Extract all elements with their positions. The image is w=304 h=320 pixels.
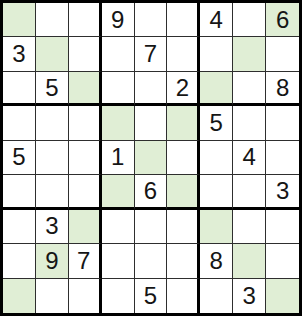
- sudoku-cell[interactable]: [69, 175, 102, 209]
- sudoku-cell[interactable]: [3, 106, 36, 140]
- sudoku-cell[interactable]: [135, 72, 168, 106]
- sudoku-cell[interactable]: 9: [36, 244, 69, 278]
- sudoku-cell[interactable]: [36, 106, 69, 140]
- sudoku-cell[interactable]: [167, 244, 200, 278]
- sudoku-cell[interactable]: [3, 210, 36, 244]
- sudoku-cell[interactable]: [135, 210, 168, 244]
- sudoku-page: 94637528551463397853: [0, 0, 304, 320]
- sudoku-cell[interactable]: [266, 37, 299, 71]
- sudoku-cell[interactable]: 7: [69, 244, 102, 278]
- sudoku-cell[interactable]: 3: [3, 37, 36, 71]
- sudoku-cell[interactable]: [69, 210, 102, 244]
- sudoku-cell[interactable]: 6: [135, 175, 168, 209]
- sudoku-cell[interactable]: [233, 72, 266, 106]
- sudoku-cell[interactable]: [36, 279, 69, 313]
- sudoku-cell[interactable]: 4: [200, 3, 233, 37]
- sudoku-cell[interactable]: [167, 210, 200, 244]
- sudoku-cell[interactable]: [135, 141, 168, 175]
- sudoku-cell[interactable]: [167, 106, 200, 140]
- sudoku-cell[interactable]: [69, 279, 102, 313]
- sudoku-cell[interactable]: 7: [135, 37, 168, 71]
- sudoku-cell[interactable]: [266, 106, 299, 140]
- sudoku-cell[interactable]: [102, 210, 135, 244]
- sudoku-cell[interactable]: [102, 106, 135, 140]
- sudoku-cell[interactable]: [102, 72, 135, 106]
- sudoku-cell[interactable]: 2: [167, 72, 200, 106]
- sudoku-cell[interactable]: [200, 210, 233, 244]
- sudoku-cell[interactable]: [233, 37, 266, 71]
- sudoku-cell[interactable]: [167, 3, 200, 37]
- sudoku-cell[interactable]: 9: [102, 3, 135, 37]
- sudoku-cell[interactable]: [233, 244, 266, 278]
- sudoku-cell[interactable]: 5: [36, 72, 69, 106]
- sudoku-cell[interactable]: [200, 72, 233, 106]
- sudoku-cell[interactable]: 5: [135, 279, 168, 313]
- sudoku-cell[interactable]: 8: [266, 72, 299, 106]
- sudoku-cell[interactable]: 5: [200, 106, 233, 140]
- sudoku-cell[interactable]: 1: [102, 141, 135, 175]
- sudoku-cell[interactable]: [266, 141, 299, 175]
- sudoku-cell[interactable]: [69, 37, 102, 71]
- sudoku-cell[interactable]: [200, 37, 233, 71]
- sudoku-cell[interactable]: 3: [36, 210, 69, 244]
- sudoku-cell[interactable]: [69, 106, 102, 140]
- sudoku-cell[interactable]: [3, 279, 36, 313]
- sudoku-cell[interactable]: [3, 175, 36, 209]
- sudoku-cell[interactable]: [233, 3, 266, 37]
- sudoku-cell[interactable]: [69, 72, 102, 106]
- sudoku-cell[interactable]: 3: [233, 279, 266, 313]
- sudoku-cell[interactable]: [200, 175, 233, 209]
- sudoku-cell[interactable]: [102, 37, 135, 71]
- sudoku-cell[interactable]: [36, 37, 69, 71]
- sudoku-cell[interactable]: [135, 244, 168, 278]
- sudoku-board: 94637528551463397853: [0, 0, 302, 316]
- sudoku-cell[interactable]: [36, 3, 69, 37]
- sudoku-cell[interactable]: [69, 3, 102, 37]
- sudoku-cell[interactable]: 6: [266, 3, 299, 37]
- sudoku-cell[interactable]: [36, 175, 69, 209]
- sudoku-cell[interactable]: [3, 3, 36, 37]
- sudoku-cell[interactable]: [200, 279, 233, 313]
- sudoku-cell[interactable]: [3, 72, 36, 106]
- sudoku-cell[interactable]: [266, 210, 299, 244]
- sudoku-cell[interactable]: [167, 279, 200, 313]
- sudoku-cell[interactable]: [233, 210, 266, 244]
- sudoku-cell[interactable]: [200, 141, 233, 175]
- sudoku-cell[interactable]: [102, 175, 135, 209]
- sudoku-cell[interactable]: [167, 175, 200, 209]
- sudoku-cell[interactable]: [36, 141, 69, 175]
- sudoku-cell[interactable]: [233, 106, 266, 140]
- sudoku-cell[interactable]: [69, 141, 102, 175]
- sudoku-cell[interactable]: [266, 244, 299, 278]
- sudoku-cell[interactable]: [266, 279, 299, 313]
- sudoku-cell[interactable]: 3: [266, 175, 299, 209]
- sudoku-cell[interactable]: [233, 175, 266, 209]
- sudoku-cell[interactable]: [102, 244, 135, 278]
- sudoku-cell[interactable]: [102, 279, 135, 313]
- sudoku-cell[interactable]: [167, 141, 200, 175]
- sudoku-cell[interactable]: [3, 244, 36, 278]
- sudoku-cell[interactable]: [167, 37, 200, 71]
- sudoku-cell[interactable]: [135, 3, 168, 37]
- sudoku-cell[interactable]: 4: [233, 141, 266, 175]
- sudoku-cell[interactable]: 8: [200, 244, 233, 278]
- sudoku-cell[interactable]: 5: [3, 141, 36, 175]
- sudoku-cell[interactable]: [135, 106, 168, 140]
